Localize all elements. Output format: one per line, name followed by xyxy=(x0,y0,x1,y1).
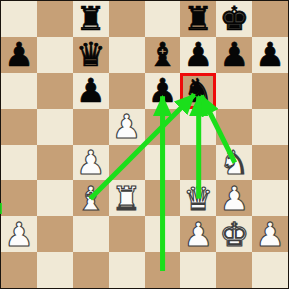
square-g6[interactable] xyxy=(216,73,252,109)
square-b7[interactable] xyxy=(37,37,73,73)
piece-white-pawn[interactable]: ♟ xyxy=(216,180,252,216)
piece-black-pawn[interactable]: ♟ xyxy=(145,73,181,109)
square-c6[interactable]: ♟ xyxy=(73,73,109,109)
square-b1[interactable] xyxy=(37,252,73,288)
square-c8[interactable]: ♜ xyxy=(73,1,109,37)
piece-black-pawn[interactable]: ♟ xyxy=(180,37,216,73)
piece-white-pawn[interactable]: ♟ xyxy=(180,216,216,252)
square-d3[interactable]: ♜ xyxy=(109,180,145,216)
square-d8[interactable] xyxy=(109,1,145,37)
piece-white-knight[interactable]: ♞ xyxy=(216,145,252,181)
square-b3[interactable] xyxy=(37,180,73,216)
square-f8[interactable]: ♜ xyxy=(180,1,216,37)
square-e7[interactable]: ♝ xyxy=(145,37,181,73)
square-d5[interactable]: ♟ xyxy=(109,109,145,145)
square-h7[interactable]: ♟ xyxy=(252,37,288,73)
piece-black-pawn[interactable]: ♟ xyxy=(73,73,109,109)
piece-black-rook[interactable]: ♜ xyxy=(180,1,216,37)
square-g1[interactable] xyxy=(216,252,252,288)
square-e1[interactable] xyxy=(145,252,181,288)
piece-white-bishop[interactable]: ♝ xyxy=(73,180,109,216)
square-f3[interactable]: ♛ xyxy=(180,180,216,216)
stray-green-mark xyxy=(0,203,2,214)
chess-position-screenshot: ♜♜♚♟♛♝♟♟♟♟♟♞♟♟♞♝♜♛♟♟♟♚♟ xyxy=(0,0,289,289)
square-a4[interactable] xyxy=(1,145,37,181)
square-a2[interactable]: ♟ xyxy=(1,216,37,252)
square-f5[interactable] xyxy=(180,109,216,145)
piece-black-pawn[interactable]: ♟ xyxy=(1,37,37,73)
square-e5[interactable] xyxy=(145,109,181,145)
piece-black-queen[interactable]: ♛ xyxy=(73,37,109,73)
piece-white-queen[interactable]: ♛ xyxy=(180,180,216,216)
square-g4[interactable]: ♞ xyxy=(216,145,252,181)
square-g2[interactable]: ♚ xyxy=(216,216,252,252)
square-g8[interactable]: ♚ xyxy=(216,1,252,37)
square-b2[interactable] xyxy=(37,216,73,252)
piece-black-pawn[interactable]: ♟ xyxy=(216,37,252,73)
square-h2[interactable]: ♟ xyxy=(252,216,288,252)
square-f4[interactable] xyxy=(180,145,216,181)
square-c5[interactable] xyxy=(73,109,109,145)
square-h5[interactable] xyxy=(252,109,288,145)
piece-white-pawn[interactable]: ♟ xyxy=(109,109,145,145)
piece-white-rook[interactable]: ♜ xyxy=(109,180,145,216)
square-b4[interactable] xyxy=(37,145,73,181)
square-c3[interactable]: ♝ xyxy=(73,180,109,216)
piece-white-pawn[interactable]: ♟ xyxy=(1,216,37,252)
square-d4[interactable] xyxy=(109,145,145,181)
square-a8[interactable] xyxy=(1,1,37,37)
square-f1[interactable] xyxy=(180,252,216,288)
piece-black-pawn[interactable]: ♟ xyxy=(252,37,288,73)
piece-black-knight[interactable]: ♞ xyxy=(180,73,216,109)
square-c7[interactable]: ♛ xyxy=(73,37,109,73)
square-a1[interactable] xyxy=(1,252,37,288)
square-d6[interactable] xyxy=(109,73,145,109)
piece-black-king[interactable]: ♚ xyxy=(216,1,252,37)
square-d1[interactable] xyxy=(109,252,145,288)
square-d7[interactable] xyxy=(109,37,145,73)
piece-white-pawn[interactable]: ♟ xyxy=(73,145,109,181)
square-g3[interactable]: ♟ xyxy=(216,180,252,216)
square-a6[interactable] xyxy=(1,73,37,109)
square-c4[interactable]: ♟ xyxy=(73,145,109,181)
square-e4[interactable] xyxy=(145,145,181,181)
square-a3[interactable] xyxy=(1,180,37,216)
square-c1[interactable] xyxy=(73,252,109,288)
square-f6[interactable]: ♞ xyxy=(180,73,216,109)
square-g5[interactable] xyxy=(216,109,252,145)
square-h3[interactable] xyxy=(252,180,288,216)
square-f2[interactable]: ♟ xyxy=(180,216,216,252)
square-g7[interactable]: ♟ xyxy=(216,37,252,73)
square-e2[interactable] xyxy=(145,216,181,252)
piece-white-king[interactable]: ♚ xyxy=(216,216,252,252)
square-h4[interactable] xyxy=(252,145,288,181)
square-c2[interactable] xyxy=(73,216,109,252)
square-b8[interactable] xyxy=(37,1,73,37)
square-e8[interactable] xyxy=(145,1,181,37)
square-b6[interactable] xyxy=(37,73,73,109)
square-h6[interactable] xyxy=(252,73,288,109)
square-b5[interactable] xyxy=(37,109,73,145)
square-h8[interactable] xyxy=(252,1,288,37)
square-f7[interactable]: ♟ xyxy=(180,37,216,73)
piece-white-pawn[interactable]: ♟ xyxy=(252,216,288,252)
square-e3[interactable] xyxy=(145,180,181,216)
piece-black-bishop[interactable]: ♝ xyxy=(145,37,181,73)
square-a5[interactable] xyxy=(1,109,37,145)
square-e6[interactable]: ♟ xyxy=(145,73,181,109)
piece-black-rook[interactable]: ♜ xyxy=(73,1,109,37)
square-a7[interactable]: ♟ xyxy=(1,37,37,73)
square-d2[interactable] xyxy=(109,216,145,252)
square-h1[interactable] xyxy=(252,252,288,288)
chess-board: ♜♜♚♟♛♝♟♟♟♟♟♞♟♟♞♝♜♛♟♟♟♚♟ xyxy=(0,0,289,289)
